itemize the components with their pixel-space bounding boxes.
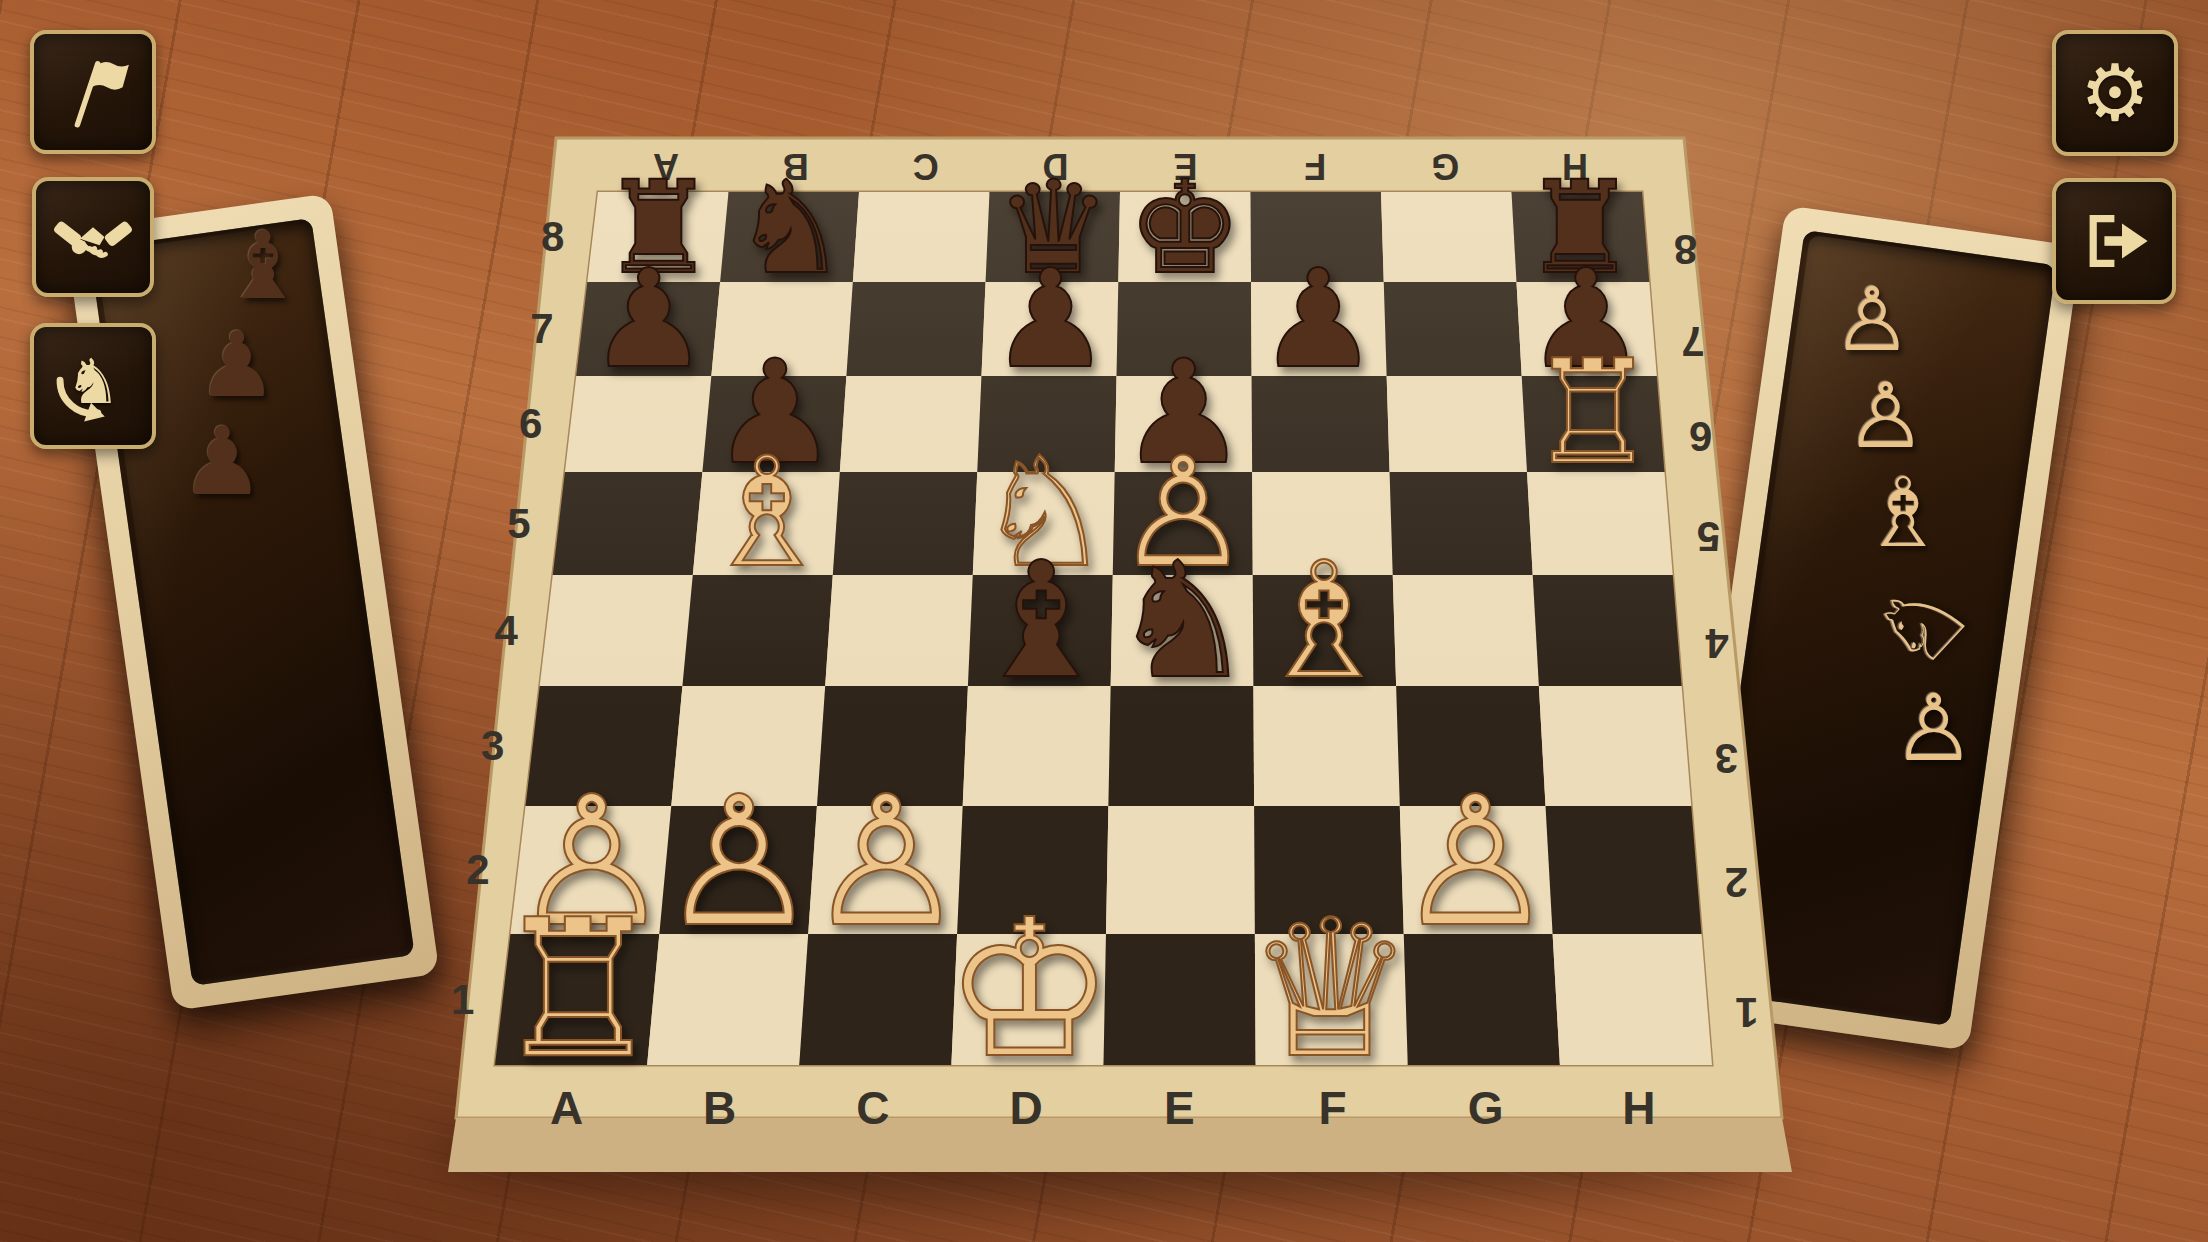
rank-label-right-3: 3	[1715, 735, 1738, 782]
piece-white-bishop-f4[interactable]: ♗	[1252, 527, 1395, 714]
piece-black-knight-e4[interactable]: ♞	[1111, 527, 1254, 714]
file-label-top-c: C	[913, 146, 939, 187]
piece-black-pawn-d7[interactable]: ♟	[990, 240, 1111, 398]
rank-label-left-3: 3	[481, 722, 504, 769]
chess-board: AABBCCDDEEFFGGHH8877665544332211♜♞♛♚♜♟♟♟…	[0, 0, 2208, 1242]
rank-label-left-8: 8	[541, 213, 564, 260]
rank-label-left-4: 4	[495, 607, 519, 654]
piece-white-queen-f1[interactable]: ♕	[1245, 879, 1415, 1100]
piece-black-pawn-f7[interactable]: ♟	[1258, 240, 1379, 398]
piece-white-pawn-g2[interactable]: ♙	[1395, 757, 1556, 966]
exit-icon	[2074, 201, 2154, 281]
piece-black-bishop-d4[interactable]: ♝	[969, 527, 1112, 714]
rank-label-left-2: 2	[466, 846, 489, 893]
file-label-bottom-b: B	[703, 1082, 736, 1134]
rank-label-right-8: 8	[1674, 226, 1697, 273]
handshake-icon	[52, 196, 134, 278]
exit-button[interactable]	[2052, 178, 2176, 304]
piece-white-king-d1[interactable]: ♔	[944, 879, 1114, 1100]
rank-label-left-1: 1	[451, 976, 474, 1023]
piece-black-king-e8[interactable]: ♚	[1128, 153, 1243, 302]
offer-draw-button[interactable]	[32, 177, 154, 297]
flag-icon	[54, 53, 132, 131]
file-label-bottom-e: E	[1164, 1082, 1195, 1134]
rank-label-right-5: 5	[1697, 513, 1720, 560]
circular-arrow-icon	[48, 339, 134, 425]
file-label-top-f: F	[1304, 146, 1326, 187]
rank-label-right-2: 2	[1725, 859, 1748, 906]
piece-white-bishop-b5[interactable]: ♗	[699, 425, 835, 601]
piece-black-knight-b8[interactable]: ♞	[733, 153, 848, 302]
board-frame-front	[448, 1118, 1792, 1172]
file-label-top-g: G	[1431, 146, 1459, 187]
gear-icon: ⚙	[2080, 54, 2150, 132]
file-label-bottom-c: C	[856, 1082, 889, 1134]
rank-label-left-5: 5	[507, 500, 530, 547]
resign-flag-button[interactable]	[30, 30, 156, 154]
rank-label-left-7: 7	[530, 305, 553, 352]
piece-white-pawn-c2[interactable]: ♙	[806, 757, 967, 966]
chess-game-screen: ♝♟♟ ♙♙♗♘♙ AABBCCDDEEFFGGHH88776655443322…	[0, 0, 2208, 1242]
rank-label-right-6: 6	[1689, 413, 1712, 460]
hint-knight-button[interactable]: ♞	[30, 323, 156, 449]
piece-white-rook-a1[interactable]: ♖	[493, 879, 663, 1100]
rank-label-right-1: 1	[1735, 989, 1758, 1036]
settings-button[interactable]: ⚙	[2052, 30, 2178, 156]
file-label-bottom-g: G	[1468, 1082, 1504, 1134]
rank-label-left-6: 6	[519, 400, 542, 447]
file-label-bottom-h: H	[1622, 1082, 1655, 1134]
piece-white-rook-h6[interactable]: ♖	[1528, 329, 1656, 496]
rank-label-right-7: 7	[1681, 318, 1704, 365]
piece-white-pawn-b2[interactable]: ♙	[658, 757, 819, 966]
piece-black-pawn-a7[interactable]: ♟	[588, 240, 709, 398]
rank-label-right-4: 4	[1705, 620, 1729, 667]
